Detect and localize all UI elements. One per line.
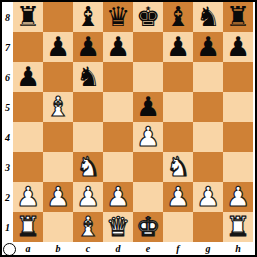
black-bishop[interactable]: ♝ [166, 2, 190, 32]
square-e8[interactable]: ♚ [133, 2, 163, 32]
square-e3[interactable] [133, 152, 163, 182]
white-pawn[interactable]: ♟ [226, 182, 250, 212]
square-a8[interactable]: ♜ [13, 2, 43, 32]
square-b7[interactable]: ♟ [43, 32, 73, 62]
black-rook[interactable]: ♜ [16, 2, 40, 32]
rank-label-2: 2 [2, 182, 13, 212]
square-g6[interactable] [193, 62, 223, 92]
square-f3[interactable]: ♞ [163, 152, 193, 182]
square-d3[interactable] [103, 152, 133, 182]
square-f7[interactable]: ♟ [163, 32, 193, 62]
file-label-h: h [223, 242, 253, 255]
rank-label-8: 8 [2, 2, 13, 32]
square-a1[interactable]: ♜ [13, 212, 43, 242]
square-d5[interactable] [103, 92, 133, 122]
square-e4[interactable]: ♟ [133, 122, 163, 152]
square-d7[interactable]: ♟ [103, 32, 133, 62]
square-b8[interactable] [43, 2, 73, 32]
white-knight[interactable]: ♞ [166, 152, 190, 182]
square-c3[interactable]: ♞ [73, 152, 103, 182]
white-pawn[interactable]: ♟ [106, 182, 130, 212]
black-knight[interactable]: ♞ [76, 62, 100, 92]
white-pawn[interactable]: ♟ [166, 182, 190, 212]
white-bishop[interactable]: ♝ [46, 92, 70, 122]
file-label-d: d [103, 242, 133, 255]
square-h4[interactable] [223, 122, 253, 152]
black-rook[interactable]: ♜ [226, 2, 250, 32]
square-d2[interactable]: ♟ [103, 182, 133, 212]
black-queen[interactable]: ♛ [106, 2, 130, 32]
file-labels: abcdefgh [13, 242, 253, 255]
white-to-move-indicator [3, 243, 16, 256]
rank-label-5: 5 [2, 92, 13, 122]
square-h2[interactable]: ♟ [223, 182, 253, 212]
square-b3[interactable] [43, 152, 73, 182]
square-g2[interactable]: ♟ [193, 182, 223, 212]
black-pawn[interactable]: ♟ [46, 32, 70, 62]
file-label-a: a [13, 242, 43, 255]
square-f5[interactable] [163, 92, 193, 122]
rank-label-7: 7 [2, 32, 13, 62]
file-label-b: b [43, 242, 73, 255]
white-rook[interactable]: ♜ [226, 212, 250, 242]
white-pawn[interactable]: ♟ [196, 182, 220, 212]
square-h8[interactable]: ♜ [223, 2, 253, 32]
square-f1[interactable] [163, 212, 193, 242]
square-c8[interactable]: ♝ [73, 2, 103, 32]
square-e1[interactable]: ♚ [133, 212, 163, 242]
file-label-e: e [133, 242, 163, 255]
square-c2[interactable]: ♟ [73, 182, 103, 212]
chess-board: ♜♝♛♚♝♞♜♟♟♟♟♟♟♟♞♝♟♟♞♞♟♟♟♟♟♟♟♜♝♛♚♜ [13, 2, 253, 242]
white-pawn[interactable]: ♟ [46, 182, 70, 212]
square-b6[interactable] [43, 62, 73, 92]
black-bishop[interactable]: ♝ [76, 2, 100, 32]
black-knight[interactable]: ♞ [196, 2, 220, 32]
black-pawn[interactable]: ♟ [76, 32, 100, 62]
square-e7[interactable] [133, 32, 163, 62]
square-h7[interactable]: ♟ [223, 32, 253, 62]
rank-label-6: 6 [2, 62, 13, 92]
square-b1[interactable] [43, 212, 73, 242]
square-a2[interactable]: ♟ [13, 182, 43, 212]
square-h5[interactable] [223, 92, 253, 122]
black-pawn[interactable]: ♟ [16, 62, 40, 92]
square-h3[interactable] [223, 152, 253, 182]
white-king[interactable]: ♚ [136, 212, 160, 242]
black-pawn[interactable]: ♟ [226, 32, 250, 62]
white-knight[interactable]: ♞ [76, 152, 100, 182]
square-g3[interactable] [193, 152, 223, 182]
square-e2[interactable] [133, 182, 163, 212]
square-g4[interactable] [193, 122, 223, 152]
square-h1[interactable]: ♜ [223, 212, 253, 242]
square-d1[interactable]: ♛ [103, 212, 133, 242]
square-g8[interactable]: ♞ [193, 2, 223, 32]
square-g5[interactable] [193, 92, 223, 122]
black-pawn[interactable]: ♟ [166, 32, 190, 62]
white-bishop[interactable]: ♝ [76, 212, 100, 242]
chess-diagram: 87654321 ♜♝♛♚♝♞♜♟♟♟♟♟♟♟♞♝♟♟♞♞♟♟♟♟♟♟♟♜♝♛♚… [0, 0, 257, 257]
square-c5[interactable] [73, 92, 103, 122]
black-king[interactable]: ♚ [136, 2, 160, 32]
square-e5[interactable]: ♟ [133, 92, 163, 122]
white-rook[interactable]: ♜ [16, 212, 40, 242]
white-pawn[interactable]: ♟ [136, 122, 160, 152]
square-a3[interactable] [13, 152, 43, 182]
rank-labels: 87654321 [2, 2, 13, 242]
square-f8[interactable]: ♝ [163, 2, 193, 32]
square-a5[interactable] [13, 92, 43, 122]
black-pawn[interactable]: ♟ [136, 92, 160, 122]
square-c6[interactable]: ♞ [73, 62, 103, 92]
rank-label-3: 3 [2, 152, 13, 182]
square-b4[interactable] [43, 122, 73, 152]
square-a4[interactable] [13, 122, 43, 152]
square-f4[interactable] [163, 122, 193, 152]
rank-label-4: 4 [2, 122, 13, 152]
file-label-c: c [73, 242, 103, 255]
file-label-g: g [193, 242, 223, 255]
square-a7[interactable] [13, 32, 43, 62]
square-b5[interactable]: ♝ [43, 92, 73, 122]
square-f6[interactable] [163, 62, 193, 92]
white-pawn[interactable]: ♟ [76, 182, 100, 212]
square-a6[interactable]: ♟ [13, 62, 43, 92]
rank-label-1: 1 [2, 212, 13, 242]
square-f2[interactable]: ♟ [163, 182, 193, 212]
file-label-f: f [163, 242, 193, 255]
white-pawn[interactable]: ♟ [16, 182, 40, 212]
square-c4[interactable] [73, 122, 103, 152]
square-c1[interactable]: ♝ [73, 212, 103, 242]
square-d4[interactable] [103, 122, 133, 152]
square-c7[interactable]: ♟ [73, 32, 103, 62]
square-d8[interactable]: ♛ [103, 2, 133, 32]
square-h6[interactable] [223, 62, 253, 92]
white-queen[interactable]: ♛ [106, 212, 130, 242]
black-pawn[interactable]: ♟ [196, 32, 220, 62]
square-g7[interactable]: ♟ [193, 32, 223, 62]
square-d6[interactable] [103, 62, 133, 92]
square-b2[interactable]: ♟ [43, 182, 73, 212]
square-e6[interactable] [133, 62, 163, 92]
black-pawn[interactable]: ♟ [106, 32, 130, 62]
square-g1[interactable] [193, 212, 223, 242]
